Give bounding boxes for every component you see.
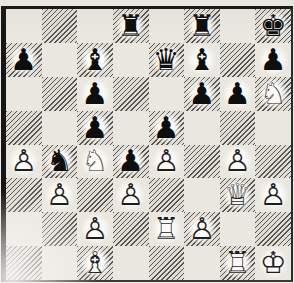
square-d7 [113, 43, 149, 77]
square-e8 [149, 9, 185, 43]
square-f7: ♝ [184, 43, 220, 77]
black-bishop: ♝ [80, 44, 111, 76]
square-a3 [6, 178, 42, 212]
white-rook: ♖ [151, 213, 182, 245]
square-c5: ♟ [77, 111, 113, 145]
square-c8 [77, 9, 113, 43]
square-b1 [42, 246, 78, 280]
black-bishop: ♝ [186, 44, 217, 76]
white-pawn: ♙ [151, 145, 182, 177]
black-king: ♚ [258, 10, 289, 42]
square-c2: ♙ [77, 212, 113, 246]
white-pawn: ♙ [222, 145, 253, 177]
chess-diagram-scan: ♜♜♚♟♝♛♝♟♟♟♟♘♟♟♙♞♘♟♙♙♙♙♕♙♙♖♙♗♖♔ [0, 0, 294, 283]
square-h2 [255, 212, 291, 246]
square-d4: ♟ [113, 145, 149, 179]
square-d1 [113, 246, 149, 280]
black-knight: ♞ [44, 145, 75, 177]
square-e3 [149, 178, 185, 212]
square-h5 [255, 111, 291, 145]
black-pawn: ♟ [186, 78, 217, 110]
square-g8 [220, 9, 256, 43]
square-b3: ♙ [42, 178, 78, 212]
square-f6: ♟ [184, 77, 220, 111]
square-c4: ♘ [77, 145, 113, 179]
white-bishop: ♗ [80, 247, 111, 279]
black-pawn: ♟ [80, 112, 111, 144]
square-d2 [113, 212, 149, 246]
square-f8: ♜ [184, 9, 220, 43]
white-pawn: ♙ [258, 179, 289, 211]
black-rook: ♜ [115, 10, 146, 42]
square-f4 [184, 145, 220, 179]
square-e4: ♙ [149, 145, 185, 179]
white-pawn: ♙ [115, 179, 146, 211]
black-pawn: ♟ [115, 145, 146, 177]
square-g7 [220, 43, 256, 77]
square-a4: ♙ [6, 145, 42, 179]
square-h7: ♟ [255, 43, 291, 77]
square-f5 [184, 111, 220, 145]
white-knight: ♘ [80, 145, 111, 177]
square-h1: ♔ [255, 246, 291, 280]
black-pawn: ♟ [258, 44, 289, 76]
square-g5 [220, 111, 256, 145]
square-c3 [77, 178, 113, 212]
square-g2 [220, 212, 256, 246]
square-h6: ♘ [255, 77, 291, 111]
square-e2: ♖ [149, 212, 185, 246]
square-c1: ♗ [77, 246, 113, 280]
black-rook: ♜ [186, 10, 217, 42]
square-d5 [113, 111, 149, 145]
black-pawn: ♟ [80, 78, 111, 110]
black-pawn: ♟ [151, 112, 182, 144]
square-f1 [184, 246, 220, 280]
square-d6 [113, 77, 149, 111]
white-king: ♔ [258, 247, 289, 279]
black-queen: ♛ [151, 44, 182, 76]
black-pawn: ♟ [8, 44, 39, 76]
black-pawn: ♟ [222, 78, 253, 110]
square-h4 [255, 145, 291, 179]
square-b4: ♞ [42, 145, 78, 179]
white-knight: ♘ [258, 78, 289, 110]
square-a7: ♟ [6, 43, 42, 77]
square-g3: ♕ [220, 178, 256, 212]
square-g4: ♙ [220, 145, 256, 179]
square-a1 [6, 246, 42, 280]
square-h3: ♙ [255, 178, 291, 212]
square-h8: ♚ [255, 9, 291, 43]
square-e5: ♟ [149, 111, 185, 145]
white-pawn: ♙ [80, 213, 111, 245]
chess-board: ♜♜♚♟♝♛♝♟♟♟♟♘♟♟♙♞♘♟♙♙♙♙♕♙♙♖♙♗♖♔ [1, 6, 293, 282]
square-d8: ♜ [113, 9, 149, 43]
square-d3: ♙ [113, 178, 149, 212]
square-b5 [42, 111, 78, 145]
square-e1 [149, 246, 185, 280]
square-b7 [42, 43, 78, 77]
square-a6 [6, 77, 42, 111]
square-c6: ♟ [77, 77, 113, 111]
square-e7: ♛ [149, 43, 185, 77]
white-rook: ♖ [222, 247, 253, 279]
square-a8 [6, 9, 42, 43]
white-queen: ♕ [222, 179, 253, 211]
square-g1: ♖ [220, 246, 256, 280]
square-b2 [42, 212, 78, 246]
square-f2: ♙ [184, 212, 220, 246]
white-pawn: ♙ [8, 145, 39, 177]
square-c7: ♝ [77, 43, 113, 77]
square-a2 [6, 212, 42, 246]
white-pawn: ♙ [186, 213, 217, 245]
square-b6 [42, 77, 78, 111]
white-pawn: ♙ [44, 179, 75, 211]
square-b8 [42, 9, 78, 43]
square-g6: ♟ [220, 77, 256, 111]
square-e6 [149, 77, 185, 111]
square-a5 [6, 111, 42, 145]
square-f3 [184, 178, 220, 212]
